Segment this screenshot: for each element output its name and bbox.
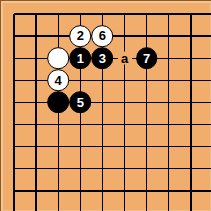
- grid-line-v: [168, 158, 169, 180]
- intersection-C10: [47, 202, 69, 211]
- grid-line-v: [35, 69, 36, 91]
- intersection-B11: [25, 180, 47, 202]
- grid-line-v: [13, 113, 14, 135]
- grid-line-v: [124, 180, 125, 202]
- intersection-D10: [69, 202, 91, 211]
- grid-line-v: [124, 25, 125, 47]
- intersection-D17: 1: [69, 47, 91, 69]
- move-number: 2: [77, 29, 84, 42]
- grid-line-v: [146, 14, 147, 25]
- intersection-C14: [47, 113, 69, 135]
- intersection-G19: [136, 3, 158, 25]
- intersection-A15: [3, 91, 25, 113]
- grid-line-v: [102, 113, 103, 135]
- grid-line-v: [13, 158, 14, 180]
- grid-line-v: [35, 158, 36, 180]
- grid-line-v: [102, 14, 103, 25]
- grid-line-v: [35, 47, 36, 69]
- grid-line-h: [202, 146, 211, 147]
- intersection-E10: [91, 202, 113, 211]
- intersection-J18: [180, 25, 202, 47]
- grid-line-h: [14, 168, 25, 169]
- intersection-C17: [47, 47, 69, 69]
- grid-line-h: [202, 124, 211, 125]
- intersection-K15: [202, 91, 211, 113]
- move-number: 7: [143, 51, 150, 64]
- grid-line-v: [146, 113, 147, 135]
- intersection-A10: [3, 202, 25, 211]
- grid-line-v: [80, 180, 81, 202]
- intersection-F15: [113, 91, 135, 113]
- grid-line-h: [14, 146, 25, 147]
- grid-line-v: [168, 202, 169, 211]
- intersection-A19: [3, 3, 25, 25]
- intersection-G15: [136, 91, 158, 113]
- grid-line-v: [124, 158, 125, 180]
- move-number: 5: [77, 95, 84, 108]
- grid-line-h: [14, 124, 25, 125]
- grid-line-v: [58, 135, 59, 157]
- intersection-B10: [25, 202, 47, 211]
- intersection-D12: [69, 158, 91, 180]
- intersection-F18: [113, 25, 135, 47]
- grid-line-v: [102, 91, 103, 113]
- grid-line-v: [58, 180, 59, 202]
- grid-line-v: [102, 158, 103, 180]
- intersection-K13: [202, 136, 211, 158]
- intersection-H14: [158, 113, 180, 135]
- intersection-D11: [69, 180, 91, 202]
- grid-line-v: [190, 135, 191, 157]
- stone-black-g17-move-7: 7: [136, 47, 158, 69]
- grid-line-v: [58, 113, 59, 135]
- grid-line-v: [190, 91, 191, 113]
- grid-line-v: [146, 25, 147, 47]
- grid-line-v: [190, 113, 191, 135]
- intersection-D13: [69, 136, 91, 158]
- intersection-B18: [25, 25, 47, 47]
- intersection-J14: [180, 113, 202, 135]
- grid-line-h: [14, 190, 25, 191]
- move-number: 4: [55, 73, 62, 86]
- grid-line-v: [168, 25, 169, 47]
- stone-black-e17-move-3: 3: [92, 47, 114, 69]
- grid-line-v: [13, 91, 14, 113]
- intersection-K10: [202, 202, 211, 211]
- intersection-J12: [180, 158, 202, 180]
- intersection-F14: [113, 113, 135, 135]
- intersection-B15: [25, 91, 47, 113]
- intersection-H15: [158, 91, 180, 113]
- grid-line-v: [124, 202, 125, 211]
- intersection-D18: 2: [69, 25, 91, 47]
- grid-line-v: [80, 202, 81, 211]
- intersection-G11: [136, 180, 158, 202]
- grid-line-v: [168, 135, 169, 157]
- intersection-B14: [25, 113, 47, 135]
- grid-line-v: [168, 113, 169, 135]
- grid-line-h: [202, 58, 211, 59]
- grid-line-h: [202, 35, 211, 36]
- grid-line-v: [58, 14, 59, 25]
- intersection-J17: [180, 47, 202, 69]
- intersection-E13: [91, 136, 113, 158]
- intersection-H12: [158, 158, 180, 180]
- intersection-J10: [180, 202, 202, 211]
- grid-line-v: [13, 14, 14, 25]
- intersection-C18: [47, 25, 69, 47]
- grid-line-h: [14, 35, 25, 36]
- intersection-K17: [202, 47, 211, 69]
- intersection-G16: [136, 69, 158, 91]
- intersection-K14: [202, 113, 211, 135]
- point-label-a: a: [118, 52, 132, 65]
- grid-line-v: [168, 91, 169, 113]
- intersection-E16: [91, 69, 113, 91]
- intersection-K11: [202, 180, 211, 202]
- grid-line-v: [80, 158, 81, 180]
- intersection-B19: [25, 3, 47, 25]
- move-number: 3: [99, 51, 106, 64]
- intersection-K12: [202, 158, 211, 180]
- intersection-G18: [136, 25, 158, 47]
- grid-line-v: [35, 113, 36, 135]
- intersection-E18: 6: [91, 25, 113, 47]
- grid-line-h: [202, 190, 211, 191]
- stone-black-d15-move-5: 5: [70, 92, 92, 114]
- stone-white-c16-move-4: 4: [47, 70, 69, 92]
- grid-line-v: [190, 180, 191, 202]
- intersection-J13: [180, 136, 202, 158]
- grid-line-v: [168, 69, 169, 91]
- intersection-A11: [3, 180, 25, 202]
- intersection-E11: [91, 180, 113, 202]
- intersection-J16: [180, 69, 202, 91]
- grid-line-v: [58, 25, 59, 47]
- intersection-F12: [113, 158, 135, 180]
- grid-line-v: [13, 135, 14, 157]
- grid-line-v: [13, 25, 14, 47]
- move-number: 6: [99, 29, 106, 42]
- grid-line-v: [146, 158, 147, 180]
- intersection-B13: [25, 136, 47, 158]
- intersection-C19: [47, 3, 69, 25]
- intersection-A18: [3, 25, 25, 47]
- grid-line-v: [146, 135, 147, 157]
- intersection-A12: [3, 158, 25, 180]
- intersection-A14: [3, 113, 25, 135]
- intersection-C11: [47, 180, 69, 202]
- grid-line-v: [168, 47, 169, 69]
- intersection-B17: [25, 47, 47, 69]
- grid-line-v: [190, 14, 191, 25]
- grid-line-v: [146, 91, 147, 113]
- grid-line-v: [80, 113, 81, 135]
- grid-line-v: [168, 14, 169, 25]
- intersection-D19: [69, 3, 91, 25]
- grid-line-v: [80, 69, 81, 91]
- intersection-B12: [25, 158, 47, 180]
- grid-line-h: [202, 80, 211, 81]
- intersection-G17: 7: [136, 47, 158, 69]
- grid-line-v: [13, 69, 14, 91]
- grid-line-v: [190, 158, 191, 180]
- move-number: 1: [77, 51, 84, 64]
- grid-line-v: [124, 135, 125, 157]
- grid-line-v: [146, 69, 147, 91]
- grid-line-v: [58, 202, 59, 211]
- grid-line-v: [146, 180, 147, 202]
- intersection-C12: [47, 158, 69, 180]
- intersection-D16: [69, 69, 91, 91]
- intersection-J19: [180, 3, 202, 25]
- grid-line-v: [102, 69, 103, 91]
- grid-line-v: [168, 180, 169, 202]
- intersection-E17: 3: [91, 47, 113, 69]
- grid-line-h: [202, 13, 211, 14]
- intersection-K16: [202, 69, 211, 91]
- grid-line-v: [146, 202, 147, 211]
- grid-line-v: [190, 202, 191, 211]
- intersection-H11: [158, 180, 180, 202]
- grid-line-v: [102, 135, 103, 157]
- intersection-A16: [3, 69, 25, 91]
- grid-line-v: [80, 14, 81, 25]
- intersection-G13: [136, 136, 158, 158]
- grid-line-h: [202, 102, 211, 103]
- intersection-F11: [113, 180, 135, 202]
- intersection-D14: [69, 113, 91, 135]
- grid-line-v: [124, 14, 125, 25]
- intersection-F19: [113, 3, 135, 25]
- intersection-F13: [113, 136, 135, 158]
- intersection-E12: [91, 158, 113, 180]
- stone-black-c15: [47, 92, 69, 114]
- grid-line-v: [102, 180, 103, 202]
- grid-line-v: [124, 69, 125, 91]
- intersection-K19: [202, 3, 211, 25]
- intersection-C16: 4: [47, 69, 69, 91]
- intersection-H13: [158, 136, 180, 158]
- intersection-J11: [180, 180, 202, 202]
- intersection-A13: [3, 136, 25, 158]
- grid-line-h: [14, 13, 25, 14]
- grid-line-v: [124, 113, 125, 135]
- intersection-J15: [180, 91, 202, 113]
- grid-line-v: [80, 135, 81, 157]
- intersection-F10: [113, 202, 135, 211]
- stone-white-d18-move-2: 2: [70, 25, 92, 47]
- intersection-E15: [91, 91, 113, 113]
- intersection-A17: [3, 47, 25, 69]
- stone-white-e18-move-6: 6: [92, 25, 114, 47]
- grid-line-v: [35, 14, 36, 25]
- grid-line-v: [190, 25, 191, 47]
- intersection-H17: [158, 47, 180, 69]
- stone-white-c17: [47, 47, 69, 69]
- grid-line-v: [35, 25, 36, 47]
- go-board[interactable]: 2613a745: [0, 0, 211, 211]
- grid-line-h: [14, 80, 25, 81]
- point-label-text: a: [121, 52, 128, 65]
- intersection-B16: [25, 69, 47, 91]
- intersection-E14: [91, 113, 113, 135]
- grid-line-h: [14, 58, 25, 59]
- intersection-G14: [136, 113, 158, 135]
- grid-line-v: [35, 180, 36, 202]
- grid-line-v: [35, 91, 36, 113]
- grid-line-v: [58, 158, 59, 180]
- intersection-C15: [47, 91, 69, 113]
- intersection-H10: [158, 202, 180, 211]
- intersection-F16: [113, 69, 135, 91]
- intersection-G10: [136, 202, 158, 211]
- grid-line-v: [13, 47, 14, 69]
- grid-line-v: [13, 202, 14, 211]
- intersection-H18: [158, 25, 180, 47]
- stone-black-d17-move-1: 1: [70, 47, 92, 69]
- intersection-C13: [47, 136, 69, 158]
- intersection-E19: [91, 3, 113, 25]
- grid-line-v: [13, 180, 14, 202]
- board-grid: 2613a745: [3, 3, 211, 211]
- grid-line-v: [124, 91, 125, 113]
- intersection-D15: 5: [69, 91, 91, 113]
- grid-line-v: [190, 69, 191, 91]
- intersection-H16: [158, 69, 180, 91]
- intersection-F17: a: [113, 47, 135, 69]
- intersection-K18: [202, 25, 211, 47]
- grid-line-v: [102, 202, 103, 211]
- intersection-H19: [158, 3, 180, 25]
- grid-line-v: [190, 47, 191, 69]
- intersection-G12: [136, 158, 158, 180]
- grid-line-v: [35, 135, 36, 157]
- grid-line-h: [14, 102, 25, 103]
- grid-line-v: [35, 202, 36, 211]
- grid-line-h: [202, 168, 211, 169]
